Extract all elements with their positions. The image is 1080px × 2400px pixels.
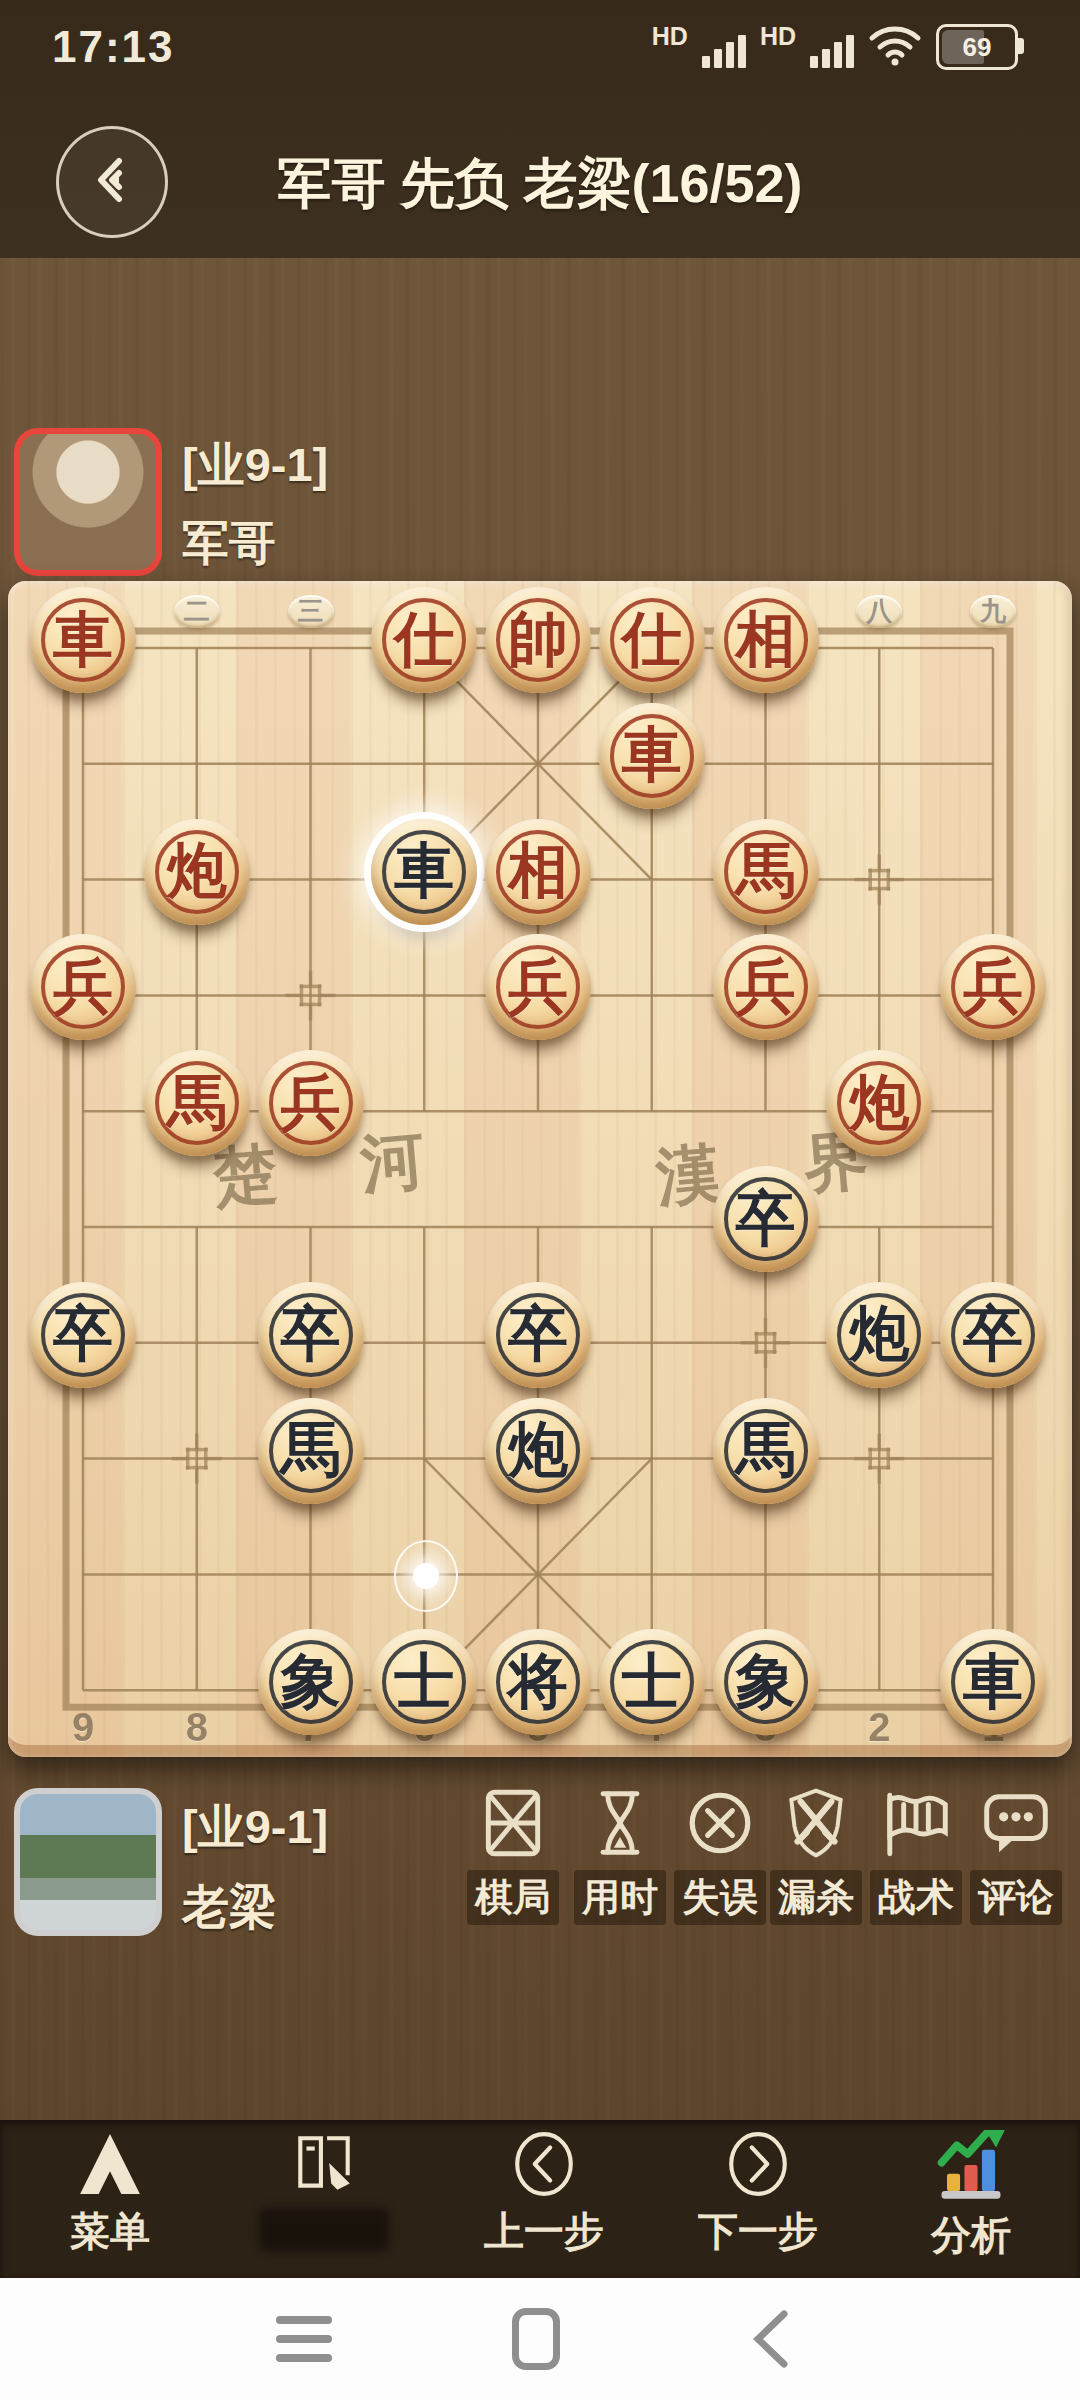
- file-label-top: 三: [288, 595, 334, 628]
- hd-label-1: HD: [652, 22, 688, 51]
- piece-red-炮[interactable]: 炮: [144, 819, 250, 925]
- action-game-record[interactable]: 棋局: [461, 1786, 565, 1925]
- piece-red-相[interactable]: 相: [485, 819, 591, 925]
- wifi-icon: [868, 22, 922, 72]
- file-label-top: 九: [970, 595, 1016, 628]
- nav-item-next-step[interactable]: 下一步: [673, 2130, 843, 2259]
- file-label-bottom: 2: [868, 1705, 890, 1750]
- piece-black-卒[interactable]: 卒: [940, 1282, 1046, 1388]
- battery-icon: 69: [936, 24, 1018, 70]
- tactics-flag-icon: [864, 1786, 968, 1860]
- error-circle-icon: [668, 1786, 772, 1860]
- piece-black-卒[interactable]: 卒: [258, 1282, 364, 1388]
- action-time-used[interactable]: 用时: [568, 1786, 672, 1925]
- comment-bubble-icon: [964, 1786, 1068, 1860]
- player-top-avatar[interactable]: [14, 428, 162, 576]
- book-edit-icon: [239, 2130, 409, 2198]
- prev-step-icon: [459, 2130, 629, 2198]
- next-step-icon: [673, 2130, 843, 2198]
- piece-black-炮[interactable]: 炮: [826, 1282, 932, 1388]
- android-menu-icon[interactable]: [276, 2316, 332, 2362]
- xiangqi-board[interactable]: 楚 河 漢 界 一二三四五六七八九987654321 車仕帥仕相車炮車相馬兵兵兵…: [8, 581, 1072, 1757]
- piece-black-将[interactable]: 将: [485, 1629, 591, 1735]
- piece-black-卒[interactable]: 卒: [30, 1282, 136, 1388]
- piece-red-兵[interactable]: 兵: [485, 934, 591, 1040]
- nav-item-prev-step[interactable]: 上一步: [459, 2130, 629, 2259]
- piece-black-車[interactable]: 車: [940, 1629, 1046, 1735]
- piece-black-象[interactable]: 象: [713, 1629, 819, 1735]
- action-missed-kills[interactable]: 漏杀: [764, 1786, 868, 1925]
- file-label-top: 二: [174, 595, 220, 628]
- file-label-bottom: 8: [186, 1705, 208, 1750]
- action-label: 棋局: [467, 1870, 559, 1925]
- piece-red-兵[interactable]: 兵: [713, 934, 819, 1040]
- signal-bars-icon-2: [810, 35, 854, 72]
- status-icons: HD HD 69: [652, 20, 1018, 72]
- piece-black-車[interactable]: 車: [371, 819, 477, 925]
- piece-red-炮[interactable]: 炮: [826, 1050, 932, 1156]
- nav-item-analysis[interactable]: 分析: [886, 2130, 1056, 2263]
- piece-red-兵[interactable]: 兵: [940, 934, 1046, 1040]
- piece-red-兵[interactable]: 兵: [258, 1050, 364, 1156]
- piece-black-士[interactable]: 士: [371, 1629, 477, 1735]
- piece-red-仕[interactable]: 仕: [371, 587, 477, 693]
- piece-red-車[interactable]: 車: [599, 703, 705, 809]
- action-mistakes[interactable]: 失误: [668, 1786, 772, 1925]
- piece-red-仕[interactable]: 仕: [599, 587, 705, 693]
- board-grid-icon: [461, 1786, 565, 1860]
- piece-red-馬[interactable]: 馬: [144, 1050, 250, 1156]
- nav-label: 菜单: [25, 2204, 195, 2259]
- hourglass-icon: [568, 1786, 672, 1860]
- page-title: 军哥 先负 老梁(16/52): [0, 148, 1080, 221]
- nav-label: 下一步: [673, 2204, 843, 2259]
- android-back-icon[interactable]: [748, 2308, 792, 2374]
- battery-percent: 69: [963, 32, 992, 63]
- piece-red-車[interactable]: 車: [30, 587, 136, 693]
- player-bottom-rank: [业9-1]: [182, 1796, 328, 1859]
- action-label: 用时: [574, 1870, 666, 1925]
- player-top-rank: [业9-1]: [182, 434, 328, 497]
- piece-red-相[interactable]: 相: [713, 587, 819, 693]
- piece-red-馬[interactable]: 馬: [713, 819, 819, 925]
- piece-red-兵[interactable]: 兵: [30, 934, 136, 1040]
- status-time: 17:13: [52, 22, 175, 72]
- piece-black-卒[interactable]: 卒: [713, 1166, 819, 1272]
- nav-label: 上一步: [459, 2204, 629, 2259]
- piece-black-炮[interactable]: 炮: [485, 1398, 591, 1504]
- file-label-top: 八: [856, 595, 902, 628]
- nav-label: 分析: [886, 2208, 1056, 2263]
- player-bottom-name: 老梁: [182, 1876, 276, 1939]
- action-comments[interactable]: 评论: [964, 1786, 1068, 1925]
- signal-bars-icon: [702, 35, 746, 72]
- android-home-icon[interactable]: [512, 2308, 560, 2370]
- action-tactics[interactable]: 战术: [864, 1786, 968, 1925]
- piece-black-馬[interactable]: 馬: [713, 1398, 819, 1504]
- action-label: 评论: [970, 1870, 1062, 1925]
- piece-black-士[interactable]: 士: [599, 1629, 705, 1735]
- file-label-bottom: 9: [72, 1705, 94, 1750]
- piece-black-馬[interactable]: 馬: [258, 1398, 364, 1504]
- action-label: 失误: [674, 1870, 766, 1925]
- player-bottom-avatar[interactable]: [14, 1788, 162, 1936]
- piece-black-象[interactable]: 象: [258, 1629, 364, 1735]
- board-grid: [8, 581, 1072, 1757]
- analysis-chart-icon: [886, 2130, 1056, 2202]
- piece-black-卒[interactable]: 卒: [485, 1282, 591, 1388]
- menu-arrow-icon: [25, 2130, 195, 2198]
- piece-red-帥[interactable]: 帥: [485, 587, 591, 693]
- action-label: 战术: [870, 1870, 962, 1925]
- action-label: 漏杀: [770, 1870, 862, 1925]
- nav-item-menu[interactable]: 菜单: [25, 2130, 195, 2259]
- nav-item-record-book[interactable]: [239, 2130, 409, 2252]
- player-top-name: 军哥: [182, 512, 276, 575]
- crossed-daggers-icon: [764, 1786, 868, 1860]
- hd-label-2: HD: [760, 22, 796, 51]
- nav-label-obscured: [259, 2208, 389, 2252]
